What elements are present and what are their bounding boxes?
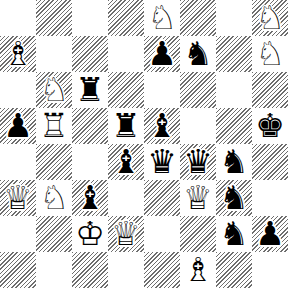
- square-g7[interactable]: [216, 36, 252, 72]
- square-d1[interactable]: [108, 252, 144, 288]
- piece-glyph: ♘: [36, 72, 72, 108]
- piece-glyph: ♟: [252, 216, 288, 252]
- piece-glyph: ♝: [144, 108, 180, 144]
- piece-glyph: ♞: [216, 144, 252, 180]
- piece-glyph: ♜: [108, 108, 144, 144]
- white-bishop-piece: ♝♗: [180, 252, 216, 288]
- black-bishop-piece: ♝♝: [144, 108, 180, 144]
- square-e7[interactable]: ♟♟: [144, 36, 180, 72]
- white-knight-piece: ♞♘: [252, 36, 288, 72]
- square-a4[interactable]: [0, 144, 36, 180]
- square-f8[interactable]: [180, 0, 216, 36]
- square-e8[interactable]: ♞♘: [144, 0, 180, 36]
- black-knight-piece: ♞♞: [216, 180, 252, 216]
- square-h1[interactable]: [252, 252, 288, 288]
- white-bishop-piece: ♝♗: [0, 36, 36, 72]
- square-c1[interactable]: [72, 252, 108, 288]
- square-e5[interactable]: ♝♝: [144, 108, 180, 144]
- black-pawn-piece: ♟♟: [252, 216, 288, 252]
- square-a6[interactable]: [0, 72, 36, 108]
- chess-board: ♞♘♞♘♝♗♟♟♞♞♞♘♞♘♜♜♟♟♜♖♜♜♝♝♚♚♝♝♛♛♛♛♞♞♛♕♞♘♝♝…: [0, 0, 288, 288]
- piece-glyph: ♖: [36, 108, 72, 144]
- piece-glyph: ♘: [252, 36, 288, 72]
- piece-glyph: ♟: [0, 108, 36, 144]
- square-d5[interactable]: ♜♜: [108, 108, 144, 144]
- square-g4[interactable]: ♞♞: [216, 144, 252, 180]
- square-b3[interactable]: ♞♘: [36, 180, 72, 216]
- square-b8[interactable]: [36, 0, 72, 36]
- piece-glyph: ♜: [72, 72, 108, 108]
- black-pawn-piece: ♟♟: [144, 36, 180, 72]
- piece-glyph: ♕: [0, 180, 36, 216]
- piece-glyph: ♘: [36, 180, 72, 216]
- square-c3[interactable]: ♝♝: [72, 180, 108, 216]
- square-d4[interactable]: ♝♝: [108, 144, 144, 180]
- square-g6[interactable]: [216, 72, 252, 108]
- square-e2[interactable]: [144, 216, 180, 252]
- black-king-piece: ♚♚: [252, 108, 288, 144]
- square-f3[interactable]: ♛♕: [180, 180, 216, 216]
- black-pawn-piece: ♟♟: [0, 108, 36, 144]
- square-e3[interactable]: [144, 180, 180, 216]
- square-g1[interactable]: [216, 252, 252, 288]
- black-knight-piece: ♞♞: [216, 216, 252, 252]
- square-b4[interactable]: [36, 144, 72, 180]
- black-knight-piece: ♞♞: [180, 36, 216, 72]
- square-d7[interactable]: [108, 36, 144, 72]
- square-f6[interactable]: [180, 72, 216, 108]
- white-rook-piece: ♜♖: [36, 108, 72, 144]
- piece-glyph: ♚: [252, 108, 288, 144]
- square-a1[interactable]: [0, 252, 36, 288]
- square-g8[interactable]: [216, 0, 252, 36]
- piece-glyph: ♝: [108, 144, 144, 180]
- square-b5[interactable]: ♜♖: [36, 108, 72, 144]
- square-d6[interactable]: [108, 72, 144, 108]
- square-a8[interactable]: [0, 0, 36, 36]
- black-knight-piece: ♞♞: [216, 144, 252, 180]
- square-c5[interactable]: [72, 108, 108, 144]
- piece-glyph: ♞: [180, 36, 216, 72]
- piece-glyph: ♞: [216, 216, 252, 252]
- square-e1[interactable]: [144, 252, 180, 288]
- black-bishop-piece: ♝♝: [72, 180, 108, 216]
- square-a7[interactable]: ♝♗: [0, 36, 36, 72]
- square-b7[interactable]: [36, 36, 72, 72]
- square-h8[interactable]: ♞♘: [252, 0, 288, 36]
- piece-glyph: ♗: [180, 252, 216, 288]
- black-queen-piece: ♛♛: [180, 144, 216, 180]
- square-h3[interactable]: [252, 180, 288, 216]
- square-f7[interactable]: ♞♞: [180, 36, 216, 72]
- square-g3[interactable]: ♞♞: [216, 180, 252, 216]
- square-c6[interactable]: ♜♜: [72, 72, 108, 108]
- square-a5[interactable]: ♟♟: [0, 108, 36, 144]
- piece-glyph: ♕: [180, 180, 216, 216]
- square-c8[interactable]: [72, 0, 108, 36]
- square-c7[interactable]: [72, 36, 108, 72]
- square-b1[interactable]: [36, 252, 72, 288]
- square-d8[interactable]: [108, 0, 144, 36]
- square-a3[interactable]: ♛♕: [0, 180, 36, 216]
- square-e4[interactable]: ♛♛: [144, 144, 180, 180]
- square-d2[interactable]: ♛♕: [108, 216, 144, 252]
- square-b6[interactable]: ♞♘: [36, 72, 72, 108]
- piece-glyph: ♕: [108, 216, 144, 252]
- square-f4[interactable]: ♛♛: [180, 144, 216, 180]
- white-knight-piece: ♞♘: [144, 0, 180, 36]
- piece-glyph: ♛: [180, 144, 216, 180]
- square-c2[interactable]: ♚♔: [72, 216, 108, 252]
- white-queen-piece: ♛♕: [0, 180, 36, 216]
- black-bishop-piece: ♝♝: [108, 144, 144, 180]
- square-h4[interactable]: [252, 144, 288, 180]
- square-g2[interactable]: ♞♞: [216, 216, 252, 252]
- piece-glyph: ♘: [252, 0, 288, 36]
- piece-glyph: ♔: [72, 216, 108, 252]
- piece-glyph: ♟: [144, 36, 180, 72]
- square-c4[interactable]: [72, 144, 108, 180]
- white-queen-piece: ♛♕: [108, 216, 144, 252]
- square-f2[interactable]: [180, 216, 216, 252]
- piece-glyph: ♝: [72, 180, 108, 216]
- piece-glyph: ♘: [144, 0, 180, 36]
- square-d3[interactable]: [108, 180, 144, 216]
- square-h7[interactable]: ♞♘: [252, 36, 288, 72]
- black-queen-piece: ♛♛: [144, 144, 180, 180]
- square-b2[interactable]: [36, 216, 72, 252]
- white-knight-piece: ♞♘: [36, 180, 72, 216]
- square-f1[interactable]: ♝♗: [180, 252, 216, 288]
- square-g5[interactable]: [216, 108, 252, 144]
- square-e6[interactable]: [144, 72, 180, 108]
- black-rook-piece: ♜♜: [108, 108, 144, 144]
- white-queen-piece: ♛♕: [180, 180, 216, 216]
- white-king-piece: ♚♔: [72, 216, 108, 252]
- black-rook-piece: ♜♜: [72, 72, 108, 108]
- square-h6[interactable]: [252, 72, 288, 108]
- square-a2[interactable]: [0, 216, 36, 252]
- square-h5[interactable]: ♚♚: [252, 108, 288, 144]
- square-h2[interactable]: ♟♟: [252, 216, 288, 252]
- piece-glyph: ♗: [0, 36, 36, 72]
- square-f5[interactable]: [180, 108, 216, 144]
- piece-glyph: ♛: [144, 144, 180, 180]
- piece-glyph: ♞: [216, 180, 252, 216]
- white-knight-piece: ♞♘: [36, 72, 72, 108]
- white-knight-piece: ♞♘: [252, 0, 288, 36]
